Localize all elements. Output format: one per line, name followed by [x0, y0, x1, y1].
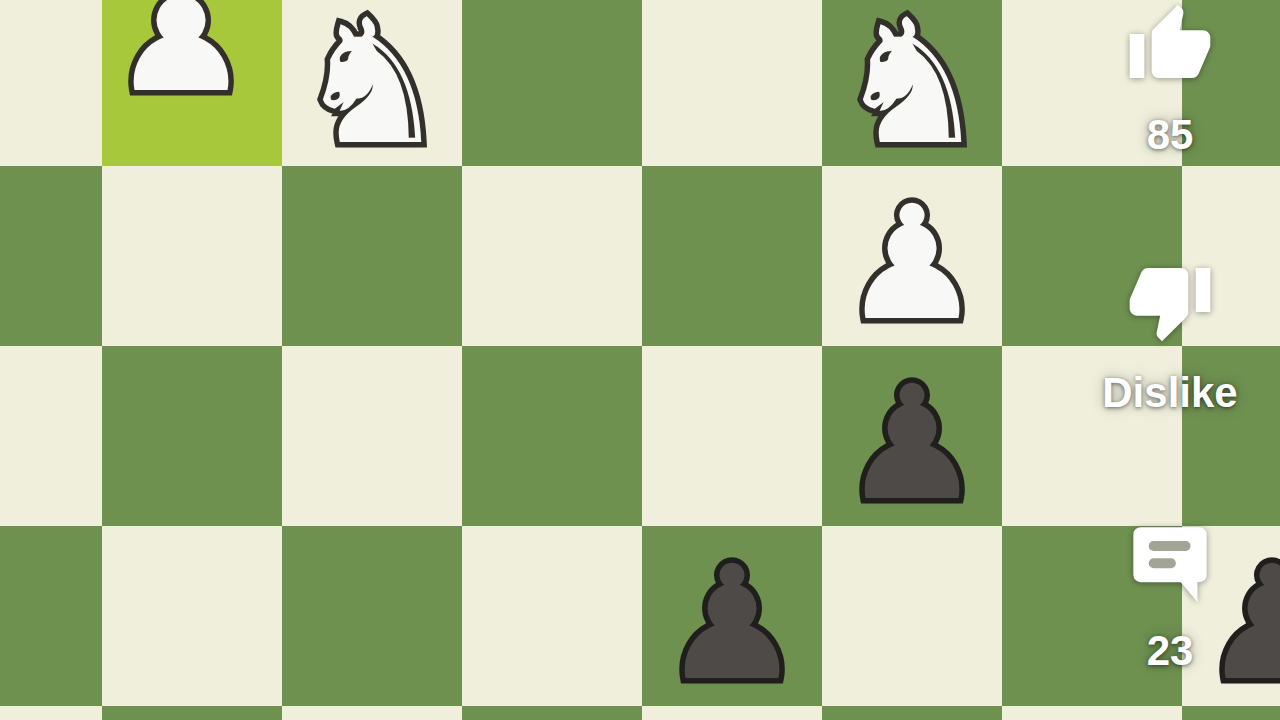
- thumb-up-icon[interactable]: [1126, 1, 1214, 89]
- square[interactable]: [0, 526, 102, 706]
- piece-glyph: ♞: [822, 0, 1002, 173]
- square[interactable]: ♟♟: [102, 0, 282, 166]
- square[interactable]: [462, 166, 642, 346]
- square[interactable]: [642, 0, 822, 166]
- square[interactable]: ♟♟: [822, 166, 1002, 346]
- square[interactable]: [282, 526, 462, 706]
- square[interactable]: [282, 166, 462, 346]
- square[interactable]: [0, 0, 102, 166]
- thumb-down-icon[interactable]: [1126, 257, 1214, 345]
- square[interactable]: ♞♞: [282, 0, 462, 166]
- square[interactable]: [462, 346, 642, 526]
- piece-glyph: ♟: [91, 0, 271, 125]
- square[interactable]: ♟♟: [822, 346, 1002, 526]
- piece-glyph: ♟: [642, 533, 822, 713]
- square[interactable]: [822, 706, 1002, 720]
- square[interactable]: ♞♞: [822, 0, 1002, 166]
- comment-icon[interactable]: [1126, 516, 1214, 608]
- square[interactable]: [102, 706, 282, 720]
- square[interactable]: [102, 346, 282, 526]
- square[interactable]: [0, 706, 102, 720]
- square[interactable]: [0, 346, 102, 526]
- black-pawn[interactable]: ♟♟: [822, 346, 1002, 526]
- square[interactable]: [282, 346, 462, 526]
- square[interactable]: [462, 706, 642, 720]
- like-count: 85: [1147, 110, 1194, 160]
- actions-rail: 85 Dislike 23: [1105, 0, 1235, 720]
- square[interactable]: [462, 526, 642, 706]
- white-knight[interactable]: ♞♞: [282, 0, 462, 166]
- square[interactable]: [102, 526, 282, 706]
- square[interactable]: [642, 166, 822, 346]
- white-pawn[interactable]: ♟♟: [822, 166, 1002, 346]
- black-pawn[interactable]: ♟♟: [642, 526, 822, 706]
- piece-glyph: ♞: [282, 0, 462, 173]
- comment-count: 23: [1147, 626, 1194, 676]
- white-knight[interactable]: ♞♞: [822, 0, 1002, 166]
- square[interactable]: [642, 346, 822, 526]
- shorts-video-frame: ♟♟♞♞♞♞♟♟♟♟♟♟♟♟ 85 Dislike 23: [0, 0, 1280, 720]
- dislike-label: Dislike: [1102, 368, 1237, 418]
- white-pawn[interactable]: ♟♟: [91, 0, 271, 118]
- piece-glyph: ♟: [822, 173, 1002, 353]
- square[interactable]: ♟♟: [642, 526, 822, 706]
- square[interactable]: [282, 706, 462, 720]
- piece-glyph: ♟: [822, 353, 1002, 533]
- chess-board[interactable]: ♟♟♞♞♞♞♟♟♟♟♟♟♟♟: [0, 0, 1280, 720]
- square[interactable]: [462, 0, 642, 166]
- square[interactable]: [102, 166, 282, 346]
- square[interactable]: [0, 166, 102, 346]
- square[interactable]: [822, 526, 1002, 706]
